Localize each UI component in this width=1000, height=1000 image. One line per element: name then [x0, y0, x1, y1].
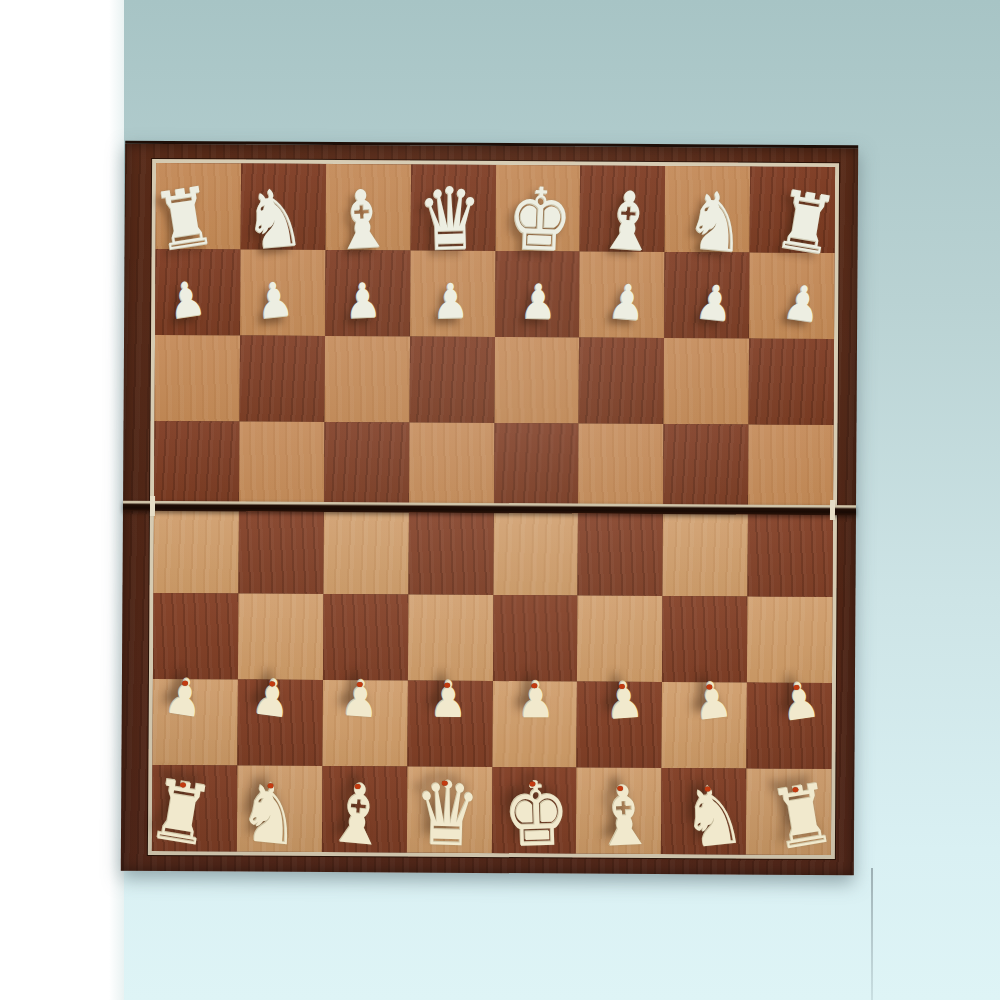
square-a4[interactable] [153, 507, 238, 594]
square-a3[interactable] [153, 593, 238, 680]
hinge-inlay-tick-left [150, 496, 155, 516]
white-wall-band [0, 0, 124, 1000]
piece-white-pawn-e2[interactable]: ♟ [517, 677, 555, 725]
square-f8[interactable]: ♝ [580, 166, 665, 253]
piece-white-queen-d1[interactable]: ♛ [413, 772, 482, 857]
piece-white-knight-b1[interactable]: ♞ [236, 772, 306, 856]
piece-white-rook-h1[interactable]: ♜ [765, 774, 839, 861]
square-e4[interactable] [493, 509, 578, 596]
red-dot-marker [442, 781, 448, 786]
square-g6[interactable] [664, 338, 749, 425]
square-d3[interactable] [408, 595, 493, 682]
square-c4[interactable] [323, 508, 408, 595]
square-g3[interactable] [662, 596, 747, 683]
piece-black-pawn-g7[interactable]: ♟ [694, 279, 735, 328]
square-f3[interactable] [577, 596, 662, 683]
piece-black-bishop-f8[interactable]: ♝ [595, 182, 660, 262]
square-e8[interactable]: ♚ [495, 165, 580, 252]
piece-white-king-e1[interactable]: ♚ [502, 772, 571, 858]
piece-black-knight-b8[interactable]: ♞ [241, 179, 307, 260]
piece-white-pawn-g2[interactable]: ♟ [691, 676, 734, 728]
piece-black-pawn-c7[interactable]: ♟ [344, 278, 382, 325]
square-h6[interactable] [749, 339, 834, 426]
red-dot-marker [704, 786, 710, 792]
square-h2[interactable]: ♟ [747, 683, 832, 770]
square-b4[interactable] [238, 507, 323, 594]
square-f1[interactable]: ♝ [576, 768, 661, 855]
red-dot-marker [270, 681, 276, 687]
square-b1[interactable]: ♞ [237, 765, 322, 852]
square-c3[interactable] [323, 594, 408, 681]
square-b6[interactable] [239, 335, 324, 422]
square-d1[interactable]: ♛ [407, 767, 492, 854]
square-a6[interactable] [155, 335, 240, 422]
square-b2[interactable]: ♟ [237, 679, 322, 766]
red-dot-marker [617, 786, 623, 791]
square-d5[interactable] [409, 423, 494, 510]
square-h4[interactable] [748, 511, 833, 598]
piece-white-pawn-f2[interactable]: ♟ [604, 677, 645, 727]
red-dot-marker [267, 783, 273, 789]
piece-black-pawn-f7[interactable]: ♟ [607, 279, 647, 327]
square-b3[interactable] [238, 593, 323, 680]
square-f2[interactable]: ♟ [577, 682, 662, 769]
square-d6[interactable] [409, 337, 494, 424]
piece-black-knight-g8[interactable]: ♞ [682, 182, 749, 263]
square-b5[interactable] [239, 421, 324, 508]
piece-white-pawn-h2[interactable]: ♟ [778, 676, 822, 728]
photo-scene: { "game": "chess", "scene": { "descripti… [0, 0, 1000, 1000]
square-c8[interactable]: ♝ [325, 164, 410, 251]
square-g5[interactable] [663, 424, 748, 511]
red-dot-marker [355, 784, 361, 789]
square-g2[interactable]: ♟ [662, 682, 747, 769]
piece-white-knight-g1[interactable]: ♞ [678, 775, 748, 859]
play-area: ♜♞♝♛♚♝♞♜♟♟♟♟♟♟♟♟♟♟♟♟♟♟♟♟♜♞♝♛♚♝♞♜ [148, 159, 839, 859]
piece-white-bishop-c1[interactable]: ♝ [324, 774, 392, 857]
square-h1[interactable]: ♜ [746, 769, 831, 856]
piece-black-pawn-d7[interactable]: ♟ [432, 279, 469, 325]
square-e2[interactable]: ♟ [492, 681, 577, 768]
square-e6[interactable] [494, 337, 579, 424]
chess-board: ♜♞♝♛♚♝♞♜♟♟♟♟♟♟♟♟♟♟♟♟♟♟♟♟♜♞♝♛♚♝♞♜ [121, 141, 858, 875]
square-f4[interactable] [578, 510, 663, 597]
piece-white-bishop-f1[interactable]: ♝ [591, 776, 656, 857]
square-c6[interactable] [324, 336, 409, 423]
square-h5[interactable] [748, 425, 833, 512]
square-e3[interactable] [492, 595, 577, 682]
square-h3[interactable] [747, 597, 832, 684]
red-dot-marker [357, 682, 363, 687]
square-c5[interactable] [324, 422, 409, 509]
piece-black-pawn-b7[interactable]: ♟ [254, 276, 295, 325]
square-g8[interactable]: ♞ [665, 166, 750, 253]
square-e1[interactable]: ♚ [491, 767, 576, 854]
square-a8[interactable]: ♜ [156, 163, 241, 250]
square-c2[interactable]: ♟ [322, 680, 407, 767]
square-b8[interactable]: ♞ [240, 163, 325, 250]
square-a2[interactable]: ♟ [152, 679, 237, 766]
piece-black-bishop-c8[interactable]: ♝ [330, 181, 394, 260]
red-dot-marker [532, 683, 538, 688]
red-dot-marker [530, 781, 536, 786]
piece-white-pawn-b2[interactable]: ♟ [250, 673, 294, 725]
square-d2[interactable]: ♟ [407, 681, 492, 768]
square-d8[interactable]: ♛ [410, 165, 495, 252]
square-a5[interactable] [154, 421, 239, 508]
piece-black-pawn-e7[interactable]: ♟ [520, 279, 557, 325]
square-e5[interactable] [493, 423, 578, 510]
piece-black-rook-h8[interactable]: ♜ [769, 181, 841, 266]
piece-white-pawn-d2[interactable]: ♟ [430, 676, 468, 724]
square-h8[interactable]: ♜ [750, 167, 835, 254]
piece-white-pawn-a2[interactable]: ♟ [163, 672, 207, 725]
red-dot-marker [706, 684, 712, 690]
red-dot-marker [445, 683, 451, 688]
square-g4[interactable] [663, 510, 748, 597]
piece-black-pawn-h7[interactable]: ♟ [781, 279, 823, 329]
red-dot-marker [183, 680, 190, 686]
red-dot-marker [791, 787, 798, 793]
piece-black-queen-d8[interactable]: ♛ [417, 178, 484, 262]
square-a1[interactable]: ♜ [152, 765, 237, 852]
square-c1[interactable]: ♝ [322, 766, 407, 853]
wall-seam-line [871, 868, 873, 1000]
square-f5[interactable] [578, 424, 663, 511]
square-g1[interactable]: ♞ [661, 768, 746, 855]
piece-black-rook-a8[interactable]: ♜ [150, 177, 221, 261]
piece-black-pawn-a7[interactable]: ♟ [166, 275, 208, 325]
square-d4[interactable] [408, 509, 493, 596]
piece-white-rook-a1[interactable]: ♜ [145, 770, 219, 857]
red-dot-marker [793, 685, 800, 691]
red-dot-marker [180, 782, 187, 788]
red-dot-marker [619, 684, 625, 689]
piece-white-pawn-c2[interactable]: ♟ [340, 675, 381, 725]
square-f6[interactable] [579, 338, 664, 425]
piece-black-king-e8[interactable]: ♚ [506, 178, 574, 262]
hinge-inlay-tick-right [830, 500, 835, 520]
